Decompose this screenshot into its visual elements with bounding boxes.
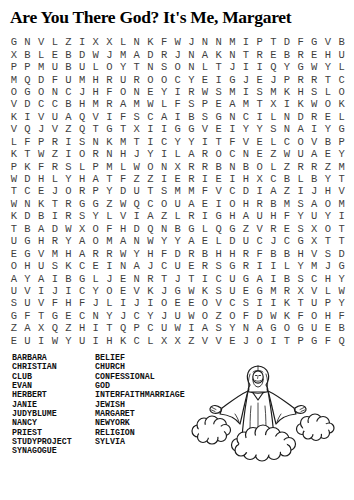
grid-cell-r3c23: W [307,61,321,73]
grid-cell-r4c21: P [280,73,294,85]
grid-cell-r10c17: C [226,148,240,160]
grid-cell-r2c8: J [103,48,117,60]
grid-cell-r8c19: Y [253,123,267,135]
grid-cell-r4c8: R [103,73,117,85]
grid-cell-r15c5: R [62,210,76,222]
grid-cell-r11c14: R [185,160,199,172]
grid-cell-r25c20: I [266,335,280,347]
grid-cell-r22c11: I [144,297,158,309]
grid-cell-r3c7: L [89,61,103,73]
grid-cell-r8c23: I [307,123,321,135]
word-list-item-religion: RELIGION [95,428,185,437]
grid-cell-r11c10: W [130,160,144,172]
grid-cell-r18c16: H [212,247,226,259]
grid-cell-r21c6: C [75,285,89,297]
grid-cell-r3c16: T [212,61,226,73]
grid-cell-r20c2: Y [21,272,35,284]
grid-cell-r20c19: A [253,272,267,284]
grid-cell-r7c1: K [7,111,21,123]
grid-cell-r10c4: Z [48,148,62,160]
grid-cell-r14c4: T [48,198,62,210]
grid-cell-r21c4: J [48,285,62,297]
grid-cell-r25c25: Q [335,335,349,347]
grid-cell-r17c1: U [7,235,21,247]
grid-cell-r2c6: D [75,48,89,60]
word-list-item-church: CHURCH [95,362,185,371]
grid-cell-r8c9: T [116,123,130,135]
grid-cell-r18c9: W [116,247,130,259]
word-list-item-janie: JANIE [12,400,72,409]
grid-cell-r23c15: O [198,310,212,322]
grid-cell-r17c24: T [321,235,335,247]
grid-cell-r5c5: C [62,86,76,98]
grid-cell-r14c6: G [75,198,89,210]
grid-cell-r21c18: E [239,285,253,297]
grid-cell-r15c21: F [280,210,294,222]
left-cloud-icon [192,416,231,444]
grid-cell-r7c7: V [89,111,103,123]
grid-cell-r15c4: I [48,210,62,222]
grid-cell-r21c13: G [171,285,185,297]
grid-cell-r3c8: O [103,61,117,73]
grid-cell-r9c4: R [48,136,62,148]
grid-cell-r13c22: I [294,185,308,197]
grid-cell-r2c11: D [144,48,158,60]
grid-cell-r17c12: Y [157,235,171,247]
grid-cell-r22c17: C [226,297,240,309]
grid-cell-r12c13: E [171,173,185,185]
grid-cell-r16c22: S [294,223,308,235]
grid-cell-r17c10: N [130,235,144,247]
grid-cell-r2c2: B [21,48,35,60]
grid-cell-r25c19: O [253,335,267,347]
grid-cell-r22c13: E [171,297,185,309]
grid-cell-r23c16: Z [212,310,226,322]
grid-cell-r8c5: Z [62,123,76,135]
grid-cell-r11c4: R [48,160,62,172]
grid-cell-r12c21: B [280,173,294,185]
grid-cell-r24c18: N [239,322,253,334]
grid-cell-r9c16: T [212,136,226,148]
grid-cell-r22c8: L [103,297,117,309]
grid-cell-r5c9: O [116,86,130,98]
grid-cell-r21c24: L [321,285,335,297]
grid-cell-r3c14: N [185,61,199,73]
grid-cell-r1c8: X [103,36,117,48]
grid-cell-r10c5: I [62,148,76,160]
grid-cell-r7c19: I [253,111,267,123]
grid-cell-r14c5: R [62,198,76,210]
grid-cell-r12c25: T [335,173,349,185]
grid-cell-r7c11: C [144,111,158,123]
grid-cell-r9c24: B [321,136,335,148]
grid-cell-r14c23: A [307,198,321,210]
grid-cell-r10c12: I [157,148,171,160]
grid-cell-r4c22: R [294,73,308,85]
grid-cell-r4c10: R [130,73,144,85]
grid-cell-r9c9: M [116,136,130,148]
grid-cell-r15c1: K [7,210,21,222]
grid-cell-r11c24: Z [321,160,335,172]
grid-cell-r12c7: A [89,173,103,185]
grid-cell-r9c22: O [294,136,308,148]
grid-cell-r10c19: E [253,148,267,160]
grid-cell-r15c16: G [212,210,226,222]
grid-cell-r2c16: K [212,48,226,60]
grid-cell-r4c13: C [171,73,185,85]
grid-cell-r14c2: N [21,198,35,210]
grid-cell-r12c3: H [34,173,48,185]
grid-cell-r14c14: A [185,198,199,210]
grid-cell-r17c4: R [48,235,62,247]
grid-cell-r2c25: U [335,48,349,60]
grid-cell-r10c13: L [171,148,185,160]
grid-cell-r8c25: G [335,123,349,135]
word-list-item-club: CLUB [12,372,72,381]
word-list-item-sylvia: SYLVIA [95,437,185,446]
grid-cell-r3c17: J [226,61,240,73]
grid-cell-r9c10: T [130,136,144,148]
grid-cell-r10c7: R [89,148,103,160]
grid-cell-r3c2: P [21,61,35,73]
grid-cell-r15c15: I [198,210,212,222]
grid-cell-r22c2: U [21,297,35,309]
grid-cell-r6c2: D [21,98,35,110]
grid-cell-r20c16: C [212,272,226,284]
grid-cell-r23c14: W [185,310,199,322]
grid-cell-r21c1: U [7,285,21,297]
grid-cell-r9c18: V [239,136,253,148]
grid-cell-r18c3: V [34,247,48,259]
grid-cell-r24c2: A [21,322,35,334]
grid-cell-r2c22: R [294,48,308,60]
grid-cell-r1c1: G [7,36,21,48]
grid-cell-r23c3: T [34,310,48,322]
grid-cell-r4c11: O [144,73,158,85]
grid-cell-r17c20: J [266,235,280,247]
grid-cell-r13c13: M [171,185,185,197]
grid-cell-r2c5: B [62,48,76,60]
grid-cell-r7c8: I [103,111,117,123]
grid-cell-r18c19: F [253,247,267,259]
grid-cell-r24c24: E [321,322,335,334]
grid-cell-r20c11: R [144,272,158,284]
grid-cell-r6c24: O [321,98,335,110]
grid-cell-r6c15: P [198,98,212,110]
grid-cell-r13c3: E [34,185,48,197]
grid-cell-r6c20: X [266,98,280,110]
grid-cell-r25c15: V [198,335,212,347]
grid-cell-r6c4: C [48,98,62,110]
grid-cell-r16c21: E [280,223,294,235]
grid-cell-r5c14: R [185,86,199,98]
grid-cell-r2c17: N [226,48,240,60]
grid-cell-r3c10: T [130,61,144,73]
grid-cell-r14c16: I [212,198,226,210]
grid-cell-r25c11: L [144,335,158,347]
grid-cell-r16c19: V [253,223,267,235]
grid-cell-r21c2: V [21,285,35,297]
grid-cell-r1c10: N [130,36,144,48]
grid-cell-r15c18: A [239,210,253,222]
grid-cell-r25c7: I [89,335,103,347]
grid-cell-r10c20: Z [266,148,280,160]
grid-cell-r17c13: Y [171,235,185,247]
grid-cell-r17c9: A [116,235,130,247]
grid-cell-r11c9: L [116,160,130,172]
grid-cell-r25c2: U [21,335,35,347]
grid-cell-r25c14: Z [185,335,199,347]
grid-cell-r21c9: E [116,285,130,297]
grid-cell-r25c21: T [280,335,294,347]
grid-cell-r12c9: F [116,173,130,185]
grid-cell-r2c12: R [157,48,171,60]
grid-cell-r13c2: C [21,185,35,197]
grid-cell-r4c1: M [7,73,21,85]
grid-cell-r16c16: Q [212,223,226,235]
grid-cell-r25c3: I [34,335,48,347]
grid-cell-r19c1: O [7,260,21,272]
grid-cell-r17c16: L [212,235,226,247]
grid-cell-r23c4: G [48,310,62,322]
grid-cell-r9c7: N [89,136,103,148]
grid-cell-r23c24: H [321,310,335,322]
grid-cell-r10c15: R [198,148,212,160]
grid-cell-r10c16: O [212,148,226,160]
grid-cell-r9c11: I [144,136,158,148]
grid-cell-r22c23: U [307,297,321,309]
grid-cell-r14c9: W [116,198,130,210]
grid-cell-r22c1: S [7,297,21,309]
grid-cell-r18c6: A [75,247,89,259]
grid-cell-r9c5: I [62,136,76,148]
grid-cell-r20c22: S [294,272,308,284]
grid-cell-r24c13: W [171,322,185,334]
grid-cell-r5c6: J [75,86,89,98]
grid-cell-r7c16: G [212,111,226,123]
grid-cell-r6c11: W [144,98,158,110]
grid-cell-r9c14: Y [185,136,199,148]
word-list-item-belief: BELIEF [95,353,185,362]
grid-cell-r24c4: Q [48,322,62,334]
grid-cell-r23c18: F [239,310,253,322]
grid-cell-r14c24: O [321,198,335,210]
grid-cell-r8c14: G [185,123,199,135]
grid-cell-r17c11: W [144,235,158,247]
grid-cell-r5c3: O [34,86,48,98]
grid-cell-r13c14: M [185,185,199,197]
grid-cell-r24c9: Q [116,322,130,334]
grid-cell-r11c22: R [294,160,308,172]
grid-cell-r18c18: R [239,247,253,259]
grid-cell-r2c15: A [198,48,212,60]
grid-cell-r22c21: K [280,297,294,309]
grid-cell-r1c16: N [212,36,226,48]
grid-cell-r20c12: T [157,272,171,284]
grid-cell-r13c21: Z [280,185,294,197]
word-list-item-jewish: JEWISH [95,400,185,409]
grid-cell-r16c11: Q [144,223,158,235]
grid-cell-r22c14: E [185,297,199,309]
grid-cell-r7c24: E [321,111,335,123]
grid-cell-r19c16: S [212,260,226,272]
grid-cell-r3c11: N [144,61,158,73]
grid-cell-r21c3: I [34,285,48,297]
grid-cell-r14c7: G [89,198,103,210]
grid-cell-r1c11: K [144,36,158,48]
grid-cell-r11c25: M [335,160,349,172]
grid-cell-r13c10: U [130,185,144,197]
grid-cell-r8c3: J [34,123,48,135]
grid-cell-r5c13: I [171,86,185,98]
grid-cell-r12c22: L [294,173,308,185]
grid-cell-r23c21: K [280,310,294,322]
grid-cell-r24c19: A [253,322,267,334]
grid-cell-r18c17: H [226,247,240,259]
grid-cell-r18c22: H [294,247,308,259]
grid-cell-r15c10: I [130,210,144,222]
grid-cell-r14c18: H [239,198,253,210]
grid-cell-r18c20: B [266,247,280,259]
grid-cell-r7c22: D [294,111,308,123]
grid-cell-r22c10: J [130,297,144,309]
grid-cell-r21c25: W [335,285,349,297]
grid-cell-r20c21: B [280,272,294,284]
grid-cell-r1c20: T [266,36,280,48]
grid-cell-r4c14: Y [185,73,199,85]
grid-cell-r16c17: G [226,223,240,235]
grid-cell-r23c2: F [21,310,35,322]
grid-cell-r7c4: U [48,111,62,123]
grid-cell-r11c2: K [21,160,35,172]
grid-cell-r18c5: H [62,247,76,259]
grid-cell-r11c18: B [239,160,253,172]
grid-cell-r1c5: Z [62,36,76,48]
grid-cell-r6c25: K [335,98,349,110]
grid-cell-r7c13: I [171,111,185,123]
grid-cell-r12c8: T [103,173,117,185]
grid-cell-r4c5: U [62,73,76,85]
word-list-item-confessional: CONFESSIONAL [95,372,185,381]
grid-cell-r4c18: J [239,73,253,85]
grid-cell-r8c17: I [226,123,240,135]
grid-cell-r24c22: G [294,322,308,334]
grid-cell-r9c2: F [21,136,35,148]
grid-cell-r19c6: C [75,260,89,272]
grid-cell-r24c11: C [144,322,158,334]
grid-cell-r1c6: I [75,36,89,48]
grid-cell-r5c25: O [335,86,349,98]
grid-cell-r23c13: U [171,310,185,322]
grid-cell-r18c10: Y [130,247,144,259]
grid-cell-r23c6: C [75,310,89,322]
grid-cell-r9c17: F [226,136,240,148]
grid-cell-r25c10: C [130,335,144,347]
grid-cell-r7c20: L [266,111,280,123]
grid-cell-r5c7: H [89,86,103,98]
grid-cell-r25c22: P [294,335,308,347]
grid-cell-r18c8: R [103,247,117,259]
grid-cell-r4c19: E [253,73,267,85]
grid-cell-r21c8: O [103,285,117,297]
word-list-item-interfaithmarriage: INTERFAITHMARRIAGE [95,390,185,399]
grid-cell-r8c6: Q [75,123,89,135]
grid-cell-r4c3: D [34,73,48,85]
grid-cell-r2c23: E [307,48,321,60]
grid-cell-r20c13: J [171,272,185,284]
grid-cell-r8c2: Q [21,123,35,135]
grid-cell-r4c7: H [89,73,103,85]
grid-cell-r23c10: C [130,310,144,322]
grid-cell-r13c7: P [89,185,103,197]
grid-cell-r2c4: E [48,48,62,60]
grid-cell-r19c12: C [157,260,171,272]
puzzle-title: Are You There God? It's Me, Margaret [10,7,291,28]
grid-cell-r1c21: D [280,36,294,48]
grid-cell-r17c5: Y [62,235,76,247]
grid-cell-r16c3: A [34,223,48,235]
grid-cell-r3c22: G [294,61,308,73]
jesus-in-clouds-illustration [190,361,352,476]
grid-cell-r21c7: Y [89,285,103,297]
grid-cell-r6c16: E [212,98,226,110]
grid-cell-r20c20: I [266,272,280,284]
grid-cell-r7c3: V [34,111,48,123]
grid-cell-r17c22: G [294,235,308,247]
grid-cell-r6c19: T [253,98,267,110]
grid-cell-r15c19: U [253,210,267,222]
grid-cell-r4c15: E [198,73,212,85]
grid-cell-r24c1: Z [7,322,21,334]
grid-cell-r7c15: S [198,111,212,123]
grid-cell-r4c6: M [75,73,89,85]
grid-cell-r2c18: T [239,48,253,60]
grid-cell-r1c23: G [307,36,321,48]
grid-cell-r15c24: Y [321,210,335,222]
grid-cell-r14c25: M [335,198,349,210]
grid-cell-r6c21: I [280,98,294,110]
grid-cell-r3c25: L [335,61,349,73]
grid-cell-r16c20: R [266,223,280,235]
grid-cell-r3c6: U [75,61,89,73]
grid-cell-r25c23: G [307,335,321,347]
grid-cell-r22c6: F [75,297,89,309]
grid-cell-r6c7: M [89,98,103,110]
grid-cell-r18c24: S [321,247,335,259]
grid-cell-r24c20: G [266,322,280,334]
grid-cell-r6c3: C [34,98,48,110]
grid-cell-r15c17: H [226,210,240,222]
grid-cell-r19c21: L [280,260,294,272]
grid-cell-r7c10: S [130,111,144,123]
grid-cell-r12c16: E [212,173,226,185]
grid-cell-r23c20: W [266,310,280,322]
grid-cell-r18c2: G [21,247,35,259]
grid-cell-r14c10: Q [130,198,144,210]
grid-cell-r24c23: U [307,322,321,334]
grid-cell-r5c15: W [198,86,212,98]
grid-cell-r5c19: S [253,86,267,98]
grid-cell-r24c25: B [335,322,349,334]
grid-cell-r19c13: U [171,260,185,272]
grid-cell-r23c8: Y [103,310,117,322]
grid-cell-r20c6: G [75,272,89,284]
grid-cell-r19c7: E [89,260,103,272]
grid-cell-r22c19: I [253,297,267,309]
grid-cell-r11c11: O [144,160,158,172]
grid-cell-r25c13: X [171,335,185,347]
grid-cell-r13c6: R [75,185,89,197]
